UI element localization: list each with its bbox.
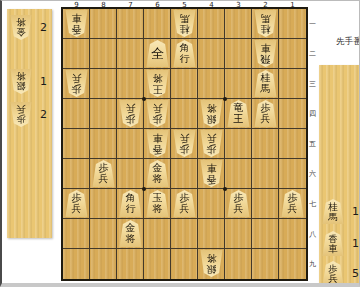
- board-cell[interactable]: [144, 249, 171, 279]
- rank-label: 七: [307, 189, 318, 219]
- rank-label: 一: [307, 9, 318, 39]
- board-cell[interactable]: [90, 39, 117, 69]
- piece-gote[interactable]: 金将: [10, 15, 32, 40]
- hand-count: 1: [40, 75, 47, 88]
- piece-kanji: 角: [126, 193, 136, 204]
- board-cell[interactable]: [225, 39, 252, 69]
- board-cell[interactable]: [198, 39, 225, 69]
- piece-kanji: 車: [328, 244, 338, 254]
- piece-kanji: 将: [16, 18, 26, 28]
- hoshi-dot: [142, 97, 146, 101]
- piece-kanji: 行: [126, 204, 136, 215]
- board-cell[interactable]: [225, 69, 252, 99]
- piece-kanji: 竜: [234, 103, 244, 114]
- piece-kanji: 香: [72, 24, 82, 35]
- board-cell[interactable]: [279, 69, 306, 99]
- board-cell[interactable]: [117, 39, 144, 69]
- rank-label: 六: [307, 159, 318, 189]
- piece-kanji: 馬: [261, 13, 271, 24]
- board-cell[interactable]: [63, 129, 90, 159]
- board-cell[interactable]: [279, 249, 306, 279]
- piece-kanji: 兵: [16, 105, 26, 115]
- board-cell[interactable]: [252, 129, 279, 159]
- piece-kanji: 香: [328, 234, 338, 244]
- piece-kanji: 桂: [261, 24, 271, 35]
- board-cell[interactable]: [90, 129, 117, 159]
- board-cell[interactable]: [144, 9, 171, 39]
- hand-count: 1: [352, 237, 359, 250]
- rank-labels: 一二三四五六七八九: [307, 9, 318, 279]
- board-cell[interactable]: [90, 189, 117, 219]
- piece-gote[interactable]: 銀将: [10, 69, 32, 94]
- board-cell[interactable]: [90, 219, 117, 249]
- board-cell[interactable]: [252, 189, 279, 219]
- piece-sente[interactable]: 香車: [322, 231, 344, 256]
- piece-kanji: 王: [153, 84, 163, 95]
- piece-kanji: 馬: [180, 13, 190, 24]
- board-cell[interactable]: [90, 9, 117, 39]
- board-cell[interactable]: [90, 99, 117, 129]
- board-cell[interactable]: [252, 159, 279, 189]
- piece-sente[interactable]: 歩兵: [322, 261, 344, 286]
- piece-kanji: 歩: [126, 114, 136, 125]
- board-cell[interactable]: [225, 129, 252, 159]
- hand-count: 2: [40, 21, 47, 34]
- board-cell[interactable]: [90, 69, 117, 99]
- piece-kanji: 兵: [207, 133, 217, 144]
- piece-kanji: 王: [234, 114, 244, 125]
- piece-kanji: 兵: [234, 204, 244, 215]
- board-cell[interactable]: [225, 159, 252, 189]
- board-cell[interactable]: [279, 9, 306, 39]
- piece-kanji: 兵: [153, 103, 163, 114]
- hand-row: 桂馬1: [322, 199, 359, 224]
- board-cell[interactable]: [117, 129, 144, 159]
- board-cell[interactable]: [117, 159, 144, 189]
- piece-kanji: 車: [72, 13, 82, 24]
- turn-indicator: 先手番: [336, 36, 360, 48]
- piece-kanji: 全: [151, 47, 164, 61]
- piece-kanji: 歩: [234, 193, 244, 204]
- hoshi-dot: [223, 97, 227, 101]
- hoshi-dot: [223, 187, 227, 191]
- piece-kanji: 将: [207, 103, 217, 114]
- board-cell[interactable]: [90, 249, 117, 279]
- piece-kanji: 歩: [207, 144, 217, 155]
- piece-kanji: 兵: [180, 133, 190, 144]
- board-cell[interactable]: [171, 99, 198, 129]
- board-cell[interactable]: [63, 159, 90, 189]
- piece-gote[interactable]: 歩兵: [10, 102, 32, 127]
- hand-row: 銀将1: [10, 69, 47, 94]
- gote-hand-tray: 金将2銀将1歩兵2: [7, 9, 52, 238]
- board-cell[interactable]: [279, 99, 306, 129]
- piece-kanji: 車: [261, 43, 271, 54]
- piece-kanji: 金: [16, 28, 26, 38]
- piece-kanji: 歩: [99, 163, 109, 174]
- piece-kanji: 銀: [16, 82, 26, 92]
- piece-kanji: 将: [153, 174, 163, 185]
- board-cell[interactable]: [279, 159, 306, 189]
- piece-kanji: 将: [207, 253, 217, 264]
- board-cell[interactable]: [117, 69, 144, 99]
- board-cell[interactable]: [225, 249, 252, 279]
- piece-kanji: 将: [126, 234, 136, 245]
- piece-kanji: 将: [16, 72, 26, 82]
- piece-kanji: 兵: [288, 204, 298, 215]
- piece-kanji: 銀: [207, 264, 217, 275]
- piece-kanji: 兵: [261, 114, 271, 125]
- sente-hand-tray: 桂馬1香車1歩兵5: [319, 65, 359, 284]
- board-cell[interactable]: [198, 219, 225, 249]
- board-cell[interactable]: [279, 39, 306, 69]
- hand-count: 2: [40, 108, 47, 121]
- piece-kanji: 金: [126, 223, 136, 234]
- piece-kanji: 歩: [16, 115, 26, 125]
- piece-kanji: 飛: [261, 54, 271, 65]
- hand-row: 歩兵2: [10, 102, 47, 127]
- rank-label: 二: [307, 39, 318, 69]
- piece-kanji: 角: [180, 43, 190, 54]
- board-cell[interactable]: [117, 9, 144, 39]
- hoshi-dot: [142, 187, 146, 191]
- piece-kanji: 兵: [72, 204, 82, 215]
- piece-kanji: 歩: [153, 114, 163, 125]
- piece-kanji: 桂: [261, 73, 271, 84]
- rank-label: 八: [307, 219, 318, 249]
- hand-count: 5: [352, 267, 359, 280]
- board-cell[interactable]: [279, 129, 306, 159]
- board-cell[interactable]: [144, 219, 171, 249]
- piece-kanji: 歩: [261, 103, 271, 114]
- piece-kanji: 馬: [328, 212, 338, 222]
- piece-kanji: 兵: [72, 73, 82, 84]
- piece-kanji: 行: [180, 54, 190, 65]
- hand-count: 1: [352, 205, 359, 218]
- board-cell[interactable]: [171, 159, 198, 189]
- rank-label: 九: [307, 249, 318, 279]
- board-cell[interactable]: [117, 249, 144, 279]
- piece-kanji: 桂: [180, 24, 190, 35]
- board-cell[interactable]: [171, 69, 198, 99]
- piece-kanji: 歩: [180, 193, 190, 204]
- board-cell[interactable]: [225, 9, 252, 39]
- rank-label: 三: [307, 69, 318, 99]
- piece-kanji: 歩: [328, 264, 338, 274]
- board-cell[interactable]: [279, 219, 306, 249]
- board-cell[interactable]: [63, 99, 90, 129]
- hand-row: 歩兵5: [322, 261, 359, 286]
- piece-sente[interactable]: 桂馬: [322, 199, 344, 224]
- piece-kanji: 香: [207, 174, 217, 185]
- rank-label: 四: [307, 99, 318, 129]
- piece-kanji: 兵: [99, 174, 109, 185]
- board-cell[interactable]: [225, 219, 252, 249]
- hand-row: 香車1: [322, 231, 359, 256]
- board-cell[interactable]: [252, 219, 279, 249]
- piece-kanji: 兵: [180, 204, 190, 215]
- piece-kanji: 兵: [328, 274, 338, 284]
- piece-kanji: 車: [153, 133, 163, 144]
- board-cell[interactable]: [252, 249, 279, 279]
- board-cell[interactable]: [198, 9, 225, 39]
- board-cell[interactable]: [63, 39, 90, 69]
- board-cell[interactable]: [198, 69, 225, 99]
- piece-kanji: 桂: [328, 202, 338, 212]
- piece-kanji: 馬: [261, 84, 271, 95]
- board-cell[interactable]: [171, 219, 198, 249]
- piece-kanji: 玉: [153, 193, 163, 204]
- shogi-app: 金将2銀将1歩兵2 987654321 一二三四五六七八九 先手番 桂馬1香車1…: [0, 0, 360, 287]
- piece-kanji: 香: [153, 144, 163, 155]
- piece-kanji: 歩: [72, 193, 82, 204]
- rank-label: 五: [307, 129, 318, 159]
- piece-kanji: 歩: [72, 84, 82, 95]
- piece-kanji: 銀: [207, 114, 217, 125]
- piece-kanji: 車: [207, 163, 217, 174]
- piece-kanji: 歩: [288, 193, 298, 204]
- piece-kanji: 金: [153, 163, 163, 174]
- piece-kanji: 将: [153, 204, 163, 215]
- board-cell[interactable]: [198, 189, 225, 219]
- board-cell[interactable]: [63, 249, 90, 279]
- piece-kanji: 兵: [126, 103, 136, 114]
- board-cell[interactable]: [63, 219, 90, 249]
- piece-kanji: 歩: [180, 144, 190, 155]
- board-cell[interactable]: [171, 249, 198, 279]
- hand-row: 金将2: [10, 15, 47, 40]
- piece-kanji: 将: [153, 73, 163, 84]
